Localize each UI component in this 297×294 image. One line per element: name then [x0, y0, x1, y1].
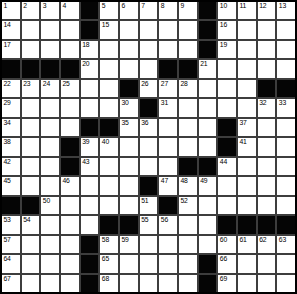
cell-r2c15[interactable]	[277, 21, 295, 38]
cell-r9c7[interactable]	[120, 158, 138, 175]
cell-r10c1[interactable]: 45	[2, 177, 20, 194]
cell-r11c11[interactable]	[199, 197, 217, 214]
cell-r8c10[interactable]	[179, 138, 197, 155]
cell-r6c1[interactable]: 29	[2, 99, 20, 116]
clue-number: 48	[180, 177, 187, 185]
cell-r9c13[interactable]	[238, 158, 256, 175]
cell-r4c2	[22, 60, 40, 77]
clue-number: 4	[62, 2, 66, 10]
cell-r8c8[interactable]	[140, 138, 158, 155]
cell-r4c9	[159, 60, 177, 77]
cell-r7c6	[100, 119, 118, 136]
cell-r7c5	[81, 119, 99, 136]
cell-r15c13[interactable]	[238, 275, 256, 292]
clue-number: 54	[23, 216, 30, 224]
cell-r13c2[interactable]	[22, 236, 40, 253]
cell-r1c12[interactable]: 10	[218, 2, 236, 19]
cell-r10c12[interactable]	[218, 177, 236, 194]
cell-r9c4	[61, 158, 79, 175]
cell-r12c4[interactable]	[61, 216, 79, 233]
cell-r10c9[interactable]: 47	[159, 177, 177, 194]
cell-r8c2[interactable]	[22, 138, 40, 155]
clue-number: 21	[200, 60, 207, 68]
clue-number: 51	[141, 197, 148, 205]
clue-number: 40	[102, 138, 109, 146]
cell-r14c1[interactable]: 64	[2, 255, 20, 272]
clue-number: 56	[161, 216, 168, 224]
cell-r11c6[interactable]	[100, 197, 118, 214]
cell-r4c11[interactable]: 21	[199, 60, 217, 77]
clue-number: 14	[4, 21, 11, 29]
cell-r2c1[interactable]: 14	[2, 21, 20, 38]
cell-r1c2[interactable]: 2	[22, 2, 40, 19]
cell-r5c4[interactable]: 25	[61, 80, 79, 97]
cell-r3c8[interactable]	[140, 41, 158, 58]
cell-r3c15[interactable]	[277, 41, 295, 58]
clue-number: 59	[121, 236, 128, 244]
cell-r7c11[interactable]	[199, 119, 217, 136]
clue-number: 11	[239, 2, 246, 10]
clue-number: 6	[121, 2, 125, 10]
clue-number: 32	[259, 99, 266, 107]
clue-number: 55	[141, 216, 148, 224]
cell-r15c14[interactable]	[258, 275, 276, 292]
cell-r4c7[interactable]	[120, 60, 138, 77]
cell-r4c8[interactable]	[140, 60, 158, 77]
cell-r12c5[interactable]	[81, 216, 99, 233]
cell-r11c5[interactable]	[81, 197, 99, 214]
cell-r8c1[interactable]: 38	[2, 138, 20, 155]
cell-r1c11	[199, 2, 217, 19]
cell-r6c10[interactable]	[179, 99, 197, 116]
cell-r14c15[interactable]	[277, 255, 295, 272]
cell-r7c1[interactable]: 34	[2, 119, 20, 136]
cell-r13c7[interactable]: 59	[120, 236, 138, 253]
cell-r12c12	[218, 216, 236, 233]
cell-r2c4[interactable]	[61, 21, 79, 38]
cell-r8c14[interactable]	[258, 138, 276, 155]
cell-r12c2[interactable]: 54	[22, 216, 40, 233]
clue-number: 27	[161, 80, 168, 88]
cell-r3c12[interactable]: 19	[218, 41, 236, 58]
cell-r12c9[interactable]: 56	[159, 216, 177, 233]
cell-r12c6	[100, 216, 118, 233]
cell-r8c7[interactable]	[120, 138, 138, 155]
clue-number: 34	[4, 119, 11, 127]
cell-r13c13[interactable]: 61	[238, 236, 256, 253]
clue-number: 41	[239, 138, 246, 146]
cell-r11c12[interactable]	[218, 197, 236, 214]
cell-r2c11	[199, 21, 217, 38]
cell-r10c7[interactable]	[120, 177, 138, 194]
cell-r11c3[interactable]: 50	[41, 197, 59, 214]
clue-number: 10	[220, 2, 227, 10]
cell-r12c8[interactable]: 55	[140, 216, 158, 233]
clue-number: 36	[141, 119, 148, 127]
cell-r8c9[interactable]	[159, 138, 177, 155]
cell-r13c1[interactable]: 57	[2, 236, 20, 253]
clue-number: 64	[4, 255, 11, 263]
cell-r10c11[interactable]: 49	[199, 177, 217, 194]
cell-r15c6[interactable]: 68	[100, 275, 118, 292]
cell-r12c1[interactable]: 53	[2, 216, 20, 233]
cell-r1c10[interactable]: 9	[179, 2, 197, 19]
clue-number: 37	[239, 119, 246, 127]
cell-r3c14[interactable]	[258, 41, 276, 58]
cell-r3c3[interactable]	[41, 41, 59, 58]
clue-number: 16	[220, 21, 227, 29]
cell-r6c3[interactable]	[41, 99, 59, 116]
clue-number: 61	[239, 236, 246, 244]
cell-r1c5	[81, 2, 99, 19]
cell-r11c1	[2, 197, 20, 214]
cell-r1c14[interactable]: 12	[258, 2, 276, 19]
cell-r7c15[interactable]	[277, 119, 295, 136]
cell-r5c14	[258, 80, 276, 97]
cell-r10c14[interactable]	[258, 177, 276, 194]
cell-r3c7[interactable]	[120, 41, 138, 58]
cell-r7c4[interactable]	[61, 119, 79, 136]
cell-r14c14[interactable]	[258, 255, 276, 272]
clue-number: 38	[4, 138, 11, 146]
clue-number: 25	[62, 80, 69, 88]
clue-number: 43	[82, 158, 89, 166]
cell-r10c13[interactable]	[238, 177, 256, 194]
clue-number: 17	[4, 41, 11, 49]
cell-r3c9[interactable]	[159, 41, 177, 58]
clue-number: 68	[102, 275, 109, 283]
cell-r10c2[interactable]	[22, 177, 40, 194]
clue-number: 12	[259, 2, 266, 10]
cell-r12c14	[258, 216, 276, 233]
cell-r2c8[interactable]	[140, 21, 158, 38]
cell-r11c8[interactable]: 51	[140, 197, 158, 214]
cell-r13c3[interactable]	[41, 236, 59, 253]
cell-r9c12[interactable]: 44	[218, 158, 236, 175]
cell-r5c6[interactable]	[100, 80, 118, 97]
clue-number: 57	[4, 236, 11, 244]
clue-number: 2	[23, 2, 27, 10]
cell-r9c2[interactable]	[22, 158, 40, 175]
cell-r11c9	[159, 197, 177, 214]
clue-number: 1	[4, 2, 8, 10]
cell-r7c9[interactable]	[159, 119, 177, 136]
cell-r9c15[interactable]	[277, 158, 295, 175]
cell-r5c11[interactable]	[199, 80, 217, 97]
cell-r12c7	[120, 216, 138, 233]
cell-r14c10[interactable]	[179, 255, 197, 272]
clue-number: 3	[43, 2, 47, 10]
cell-r7c2[interactable]	[22, 119, 40, 136]
cell-r11c7[interactable]	[120, 197, 138, 214]
crossword-board: 1234567891011121314151617181920212223242…	[0, 0, 297, 294]
cell-r7c12	[218, 119, 236, 136]
cell-r13c8[interactable]	[140, 236, 158, 253]
clue-number: 24	[43, 80, 50, 88]
cell-r7c3[interactable]	[41, 119, 59, 136]
cell-r12c11[interactable]	[199, 216, 217, 233]
cell-r4c12[interactable]	[218, 60, 236, 77]
clue-number: 29	[4, 99, 11, 107]
cell-r15c8[interactable]	[140, 275, 158, 292]
cell-r13c9[interactable]	[159, 236, 177, 253]
cell-r4c4	[61, 60, 79, 77]
cell-r9c3[interactable]	[41, 158, 59, 175]
clue-number: 15	[102, 21, 109, 29]
cell-r1c13[interactable]: 11	[238, 2, 256, 19]
cell-r8c6[interactable]: 40	[100, 138, 118, 155]
cell-r5c10[interactable]: 28	[179, 80, 197, 97]
cell-r4c15[interactable]	[277, 60, 295, 77]
clue-number: 13	[279, 2, 286, 10]
cell-r15c7[interactable]	[120, 275, 138, 292]
cell-r2c5	[81, 21, 99, 38]
cell-r5c12[interactable]	[218, 80, 236, 97]
cell-r1c3[interactable]: 3	[41, 2, 59, 19]
cell-r6c4[interactable]	[61, 99, 79, 116]
cell-r11c2	[22, 197, 40, 214]
clue-number: 44	[220, 158, 227, 166]
cell-r6c15[interactable]: 33	[277, 99, 295, 116]
cell-r6c14[interactable]: 32	[258, 99, 276, 116]
cell-r8c15[interactable]	[277, 138, 295, 155]
cell-r15c12[interactable]: 69	[218, 275, 236, 292]
cell-r8c13[interactable]: 41	[238, 138, 256, 155]
cell-r14c11	[199, 255, 217, 272]
cell-r2c9[interactable]	[159, 21, 177, 38]
cell-r9c5[interactable]: 43	[81, 158, 99, 175]
cell-r15c1[interactable]: 67	[2, 275, 20, 292]
cell-r14c7[interactable]	[120, 255, 138, 272]
clue-number: 60	[220, 236, 227, 244]
cell-r5c1[interactable]: 22	[2, 80, 20, 97]
cell-r15c9[interactable]	[159, 275, 177, 292]
clue-number: 8	[161, 2, 165, 10]
cell-r5c5[interactable]	[81, 80, 99, 97]
cell-r10c10[interactable]: 48	[179, 177, 197, 194]
cell-r11c4[interactable]	[61, 197, 79, 214]
cell-r14c6[interactable]: 65	[100, 255, 118, 272]
cell-r7c13[interactable]: 37	[238, 119, 256, 136]
cell-r9c11	[199, 158, 217, 175]
cell-r4c5[interactable]: 20	[81, 60, 99, 77]
cell-r9c6[interactable]	[100, 158, 118, 175]
clue-number: 42	[4, 158, 11, 166]
cell-r2c12[interactable]: 16	[218, 21, 236, 38]
cell-r3c2[interactable]	[22, 41, 40, 58]
cell-r15c3[interactable]	[41, 275, 59, 292]
clue-number: 9	[180, 2, 184, 10]
cell-r3c5[interactable]: 18	[81, 41, 99, 58]
cell-r4c3	[41, 60, 59, 77]
cell-r15c4[interactable]	[61, 275, 79, 292]
cell-r1c7[interactable]: 6	[120, 2, 138, 19]
cell-r11c14[interactable]	[258, 197, 276, 214]
cell-r6c9[interactable]: 31	[159, 99, 177, 116]
cell-r8c11[interactable]	[199, 138, 217, 155]
cell-r7c14[interactable]	[258, 119, 276, 136]
clue-number: 46	[62, 177, 69, 185]
clue-number: 28	[180, 80, 187, 88]
cell-r2c14[interactable]	[258, 21, 276, 38]
clue-number: 26	[141, 80, 148, 88]
cell-r12c15	[277, 216, 295, 233]
cell-r14c3[interactable]	[41, 255, 59, 272]
cell-r4c14[interactable]	[258, 60, 276, 77]
cell-r1c4[interactable]: 4	[61, 2, 79, 19]
cell-r3c4[interactable]	[61, 41, 79, 58]
cell-r13c4[interactable]	[61, 236, 79, 253]
cell-r13c10[interactable]	[179, 236, 197, 253]
cell-r14c4[interactable]	[61, 255, 79, 272]
cell-r8c5[interactable]: 39	[81, 138, 99, 155]
clue-number: 62	[259, 236, 266, 244]
cell-r9c1[interactable]: 42	[2, 158, 20, 175]
clue-number: 50	[43, 197, 50, 205]
cell-r11c15[interactable]	[277, 197, 295, 214]
cell-r6c7[interactable]: 30	[120, 99, 138, 116]
cell-r13c11[interactable]	[199, 236, 217, 253]
clue-number: 39	[82, 138, 89, 146]
clue-number: 19	[220, 41, 227, 49]
cell-r1c9[interactable]: 8	[159, 2, 177, 19]
cell-r1c15[interactable]: 13	[277, 2, 295, 19]
cell-r9c8[interactable]	[140, 158, 158, 175]
cell-r15c5	[81, 275, 99, 292]
cell-r12c13	[238, 216, 256, 233]
cell-r14c2[interactable]	[22, 255, 40, 272]
cell-r1c1[interactable]: 1	[2, 2, 20, 19]
cell-r9c10	[179, 158, 197, 175]
clue-number: 45	[4, 177, 11, 185]
clue-number: 22	[4, 80, 11, 88]
cell-r5c13[interactable]	[238, 80, 256, 97]
cell-r14c13[interactable]	[238, 255, 256, 272]
crossword-puzzle: 1234567891011121314151617181920212223242…	[0, 0, 297, 294]
cell-r7c8[interactable]: 36	[140, 119, 158, 136]
clue-number: 47	[161, 177, 168, 185]
cell-r6c11[interactable]	[199, 99, 217, 116]
cell-r8c12	[218, 138, 236, 155]
clue-number: 49	[200, 177, 207, 185]
cell-r12c10[interactable]	[179, 216, 197, 233]
cell-r11c13[interactable]	[238, 197, 256, 214]
cell-r1c6[interactable]: 5	[100, 2, 118, 19]
cell-r5c3[interactable]: 24	[41, 80, 59, 97]
clue-number: 18	[82, 41, 89, 49]
cell-r14c9[interactable]	[159, 255, 177, 272]
cell-r2c10[interactable]	[179, 21, 197, 38]
cell-r6c13[interactable]	[238, 99, 256, 116]
cell-r9c14[interactable]	[258, 158, 276, 175]
cell-r3c11	[199, 41, 217, 58]
cell-r2c6[interactable]: 15	[100, 21, 118, 38]
cell-r10c5[interactable]	[81, 177, 99, 194]
cell-r5c15	[277, 80, 295, 97]
clue-number: 52	[180, 197, 187, 205]
clue-number: 31	[161, 99, 168, 107]
cell-r3c1[interactable]: 17	[2, 41, 20, 58]
clue-number: 33	[279, 99, 286, 107]
cell-r10c4[interactable]: 46	[61, 177, 79, 194]
cell-r4c10	[179, 60, 197, 77]
cell-r15c10[interactable]	[179, 275, 197, 292]
cell-r5c7	[120, 80, 138, 97]
cell-r2c7[interactable]	[120, 21, 138, 38]
clue-number: 53	[4, 216, 11, 224]
clue-number: 67	[4, 275, 11, 283]
clue-number: 5	[102, 2, 106, 10]
cell-r3c6[interactable]	[100, 41, 118, 58]
cell-r2c3[interactable]	[41, 21, 59, 38]
cell-r6c8	[140, 99, 158, 116]
cell-r14c5	[81, 255, 99, 272]
cell-r10c3[interactable]	[41, 177, 59, 194]
cell-r7c7[interactable]: 35	[120, 119, 138, 136]
cell-r13c15[interactable]: 63	[277, 236, 295, 253]
clue-number: 7	[141, 2, 145, 10]
clue-number: 65	[102, 255, 109, 263]
cell-r15c11	[199, 275, 217, 292]
clue-number: 58	[102, 236, 109, 244]
cell-r3c13[interactable]	[238, 41, 256, 58]
cell-r4c1	[2, 60, 20, 77]
clue-number: 23	[23, 80, 30, 88]
cell-r8c4	[61, 138, 79, 155]
cell-r3c10[interactable]	[179, 41, 197, 58]
cell-r1c8[interactable]: 7	[140, 2, 158, 19]
cell-r7c10[interactable]	[179, 119, 197, 136]
cell-r2c2[interactable]	[22, 21, 40, 38]
cell-r6c12[interactable]	[218, 99, 236, 116]
clue-number: 66	[220, 255, 227, 263]
cell-r13c14[interactable]: 62	[258, 236, 276, 253]
clue-number: 69	[220, 275, 227, 283]
cell-r6c5[interactable]	[81, 99, 99, 116]
cell-r11c10[interactable]: 52	[179, 197, 197, 214]
clue-number: 63	[279, 236, 286, 244]
cell-r15c15[interactable]	[277, 275, 295, 292]
cell-r6c6[interactable]	[100, 99, 118, 116]
cell-r15c2[interactable]	[22, 275, 40, 292]
clue-number: 20	[82, 60, 89, 68]
cell-r13c6[interactable]: 58	[100, 236, 118, 253]
cell-r10c15[interactable]	[277, 177, 295, 194]
cell-r4c13[interactable]	[238, 60, 256, 77]
cell-r5c9[interactable]: 27	[159, 80, 177, 97]
cell-r12c3[interactable]	[41, 216, 59, 233]
cell-r5c2[interactable]: 23	[22, 80, 40, 97]
cell-r4c6[interactable]	[100, 60, 118, 77]
cell-r2c13[interactable]	[238, 21, 256, 38]
cell-r10c6[interactable]	[100, 177, 118, 194]
cell-r14c8[interactable]	[140, 255, 158, 272]
clue-number: 30	[121, 99, 128, 107]
cell-r13c12[interactable]: 60	[218, 236, 236, 253]
clue-number: 35	[121, 119, 128, 127]
cell-r8c3[interactable]	[41, 138, 59, 155]
cell-r13c5	[81, 236, 99, 253]
cell-r6c2[interactable]	[22, 99, 40, 116]
cell-r14c12[interactable]: 66	[218, 255, 236, 272]
cell-r5c8[interactable]: 26	[140, 80, 158, 97]
cell-r10c8	[140, 177, 158, 194]
cell-r9c9[interactable]	[159, 158, 177, 175]
